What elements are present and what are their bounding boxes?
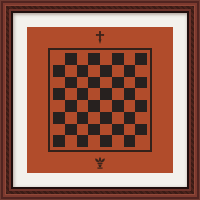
board-square-f6 [112,77,124,89]
board-square-a5 [53,88,65,100]
cross-ornament-icon [96,31,105,44]
board-square-d3 [88,112,100,124]
board-square-d2 [88,124,100,136]
board-square-b4 [65,100,77,112]
board-square-d5 [88,88,100,100]
board-square-f1 [112,135,124,147]
board-square-h2 [135,124,147,136]
board-square-h1 [135,135,147,147]
board-square-h6 [135,77,147,89]
board-square-a3 [53,112,65,124]
framed-checkerboard-print [0,0,200,200]
board-square-g1 [124,135,136,147]
board-square-d4 [88,100,100,112]
board-square-c4 [77,100,89,112]
board-square-a6 [53,77,65,89]
board-square-f5 [112,88,124,100]
board-border-rule [48,48,152,152]
board-square-g8 [124,53,136,65]
frame-inner-band [9,9,191,191]
board-square-g6 [124,77,136,89]
board-square-c7 [77,65,89,77]
board-square-d6 [88,77,100,89]
fleur-de-lis-ornament-icon [95,157,106,169]
board-square-h8 [135,53,147,65]
board-square-f2 [112,124,124,136]
board-square-h5 [135,88,147,100]
board-square-d7 [88,65,100,77]
frame-mid-band [3,3,197,197]
board-square-b1 [65,135,77,147]
board-square-h4 [135,100,147,112]
board-square-c2 [77,124,89,136]
board-square-e8 [100,53,112,65]
checkerboard-print [27,27,173,173]
board-square-h3 [135,112,147,124]
board-square-f3 [112,112,124,124]
board-square-e4 [100,100,112,112]
board-square-e1 [100,135,112,147]
board-square-c8 [77,53,89,65]
board-square-e6 [100,77,112,89]
board-square-d1 [88,135,100,147]
board-square-b2 [65,124,77,136]
board-square-e3 [100,112,112,124]
board-square-f8 [112,53,124,65]
board-square-g2 [124,124,136,136]
board-square-a4 [53,100,65,112]
board-square-e7 [100,65,112,77]
board-square-g7 [124,65,136,77]
board-square-c1 [77,135,89,147]
board-square-f7 [112,65,124,77]
board-square-e5 [100,88,112,100]
frame-ribbed-band [5,5,195,195]
frame-inner-edge [11,11,189,189]
board-square-b3 [65,112,77,124]
board-square-b7 [65,65,77,77]
board-square-a2 [53,124,65,136]
board-square-g5 [124,88,136,100]
board-square-a7 [53,65,65,77]
mat-border [13,13,187,187]
board-square-c6 [77,77,89,89]
board-square-d8 [88,53,100,65]
board-square-f4 [112,100,124,112]
board-square-g4 [124,100,136,112]
board-square-g3 [124,112,136,124]
board-square-a1 [53,135,65,147]
board-square-a8 [53,53,65,65]
checkerboard-grid [53,53,147,147]
board-square-h7 [135,65,147,77]
picture-frame [0,0,200,200]
board-square-c3 [77,112,89,124]
board-square-b5 [65,88,77,100]
board-square-b8 [65,53,77,65]
board-square-c5 [77,88,89,100]
board-square-b6 [65,77,77,89]
board-square-e2 [100,124,112,136]
